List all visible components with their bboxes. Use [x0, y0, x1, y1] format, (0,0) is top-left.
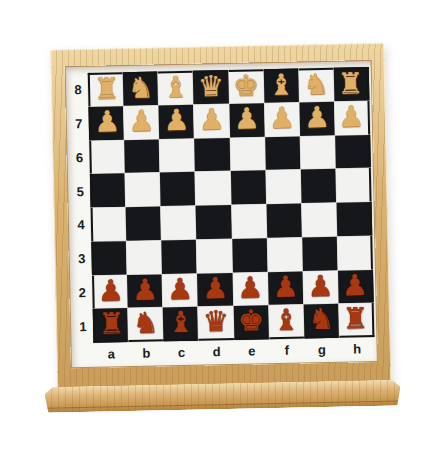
red-bishop-icon: ♝ — [273, 305, 300, 335]
square-g4[interactable] — [301, 203, 337, 237]
square-b2[interactable]: ♟ — [127, 274, 163, 308]
red-pawn-icon: ♟ — [341, 271, 368, 301]
wood-knight-icon: ♞ — [303, 70, 330, 100]
file-label-c: c — [164, 341, 200, 364]
square-a4[interactable] — [91, 207, 127, 241]
photo-scene: 8♜♞♝♛♚♝♞♜7♟♟♟♟♟♟♟♟65432♟♟♟♟♟♟♟♟1♜♞♝♛♚♝♞♜… — [0, 0, 438, 450]
wood-pawn-icon: ♟ — [94, 107, 121, 137]
square-e6[interactable] — [230, 137, 266, 171]
file-label-b: b — [129, 341, 165, 364]
red-knight-icon: ♞ — [132, 308, 159, 338]
square-e1[interactable]: ♚ — [233, 305, 269, 339]
wood-pawn-icon: ♟ — [269, 104, 296, 134]
square-c4[interactable] — [161, 206, 197, 240]
square-h2[interactable]: ♟ — [338, 269, 374, 303]
square-d4[interactable] — [196, 205, 232, 239]
wood-bishop-icon: ♝ — [163, 73, 190, 103]
square-g7[interactable]: ♟ — [299, 101, 335, 135]
square-d5[interactable] — [195, 171, 231, 205]
red-pawn-icon: ♟ — [202, 274, 229, 304]
square-e5[interactable] — [230, 170, 266, 204]
red-pawn-icon: ♟ — [307, 272, 334, 302]
red-pawn-icon: ♟ — [237, 273, 264, 303]
square-d1[interactable]: ♛ — [198, 306, 234, 340]
square-c1[interactable]: ♝ — [163, 307, 199, 341]
square-e3[interactable] — [232, 238, 268, 272]
rank-label-5: 5 — [70, 174, 91, 208]
square-c2[interactable]: ♟ — [162, 273, 198, 307]
square-b7[interactable]: ♟ — [124, 105, 160, 139]
file-label-e: e — [234, 339, 270, 362]
coord-corner — [73, 343, 93, 365]
square-b5[interactable] — [125, 173, 161, 207]
square-f8[interactable]: ♝ — [263, 68, 299, 102]
rank-label-3: 3 — [71, 242, 92, 276]
file-label-g: g — [304, 338, 340, 361]
square-d3[interactable] — [197, 239, 233, 273]
wood-rook-icon: ♜ — [93, 75, 120, 105]
square-d7[interactable]: ♟ — [194, 104, 230, 138]
square-c3[interactable] — [162, 239, 198, 273]
red-pawn-icon: ♟ — [272, 272, 299, 302]
wooden-frame: 8♜♞♝♛♚♝♞♜7♟♟♟♟♟♟♟♟65432♟♟♟♟♟♟♟♟1♜♞♝♛♚♝♞♜… — [50, 43, 391, 390]
square-a5[interactable] — [90, 173, 126, 207]
file-label-d: d — [199, 340, 235, 363]
square-g6[interactable] — [300, 135, 336, 169]
square-b8[interactable]: ♞ — [123, 71, 159, 105]
rank-label-2: 2 — [72, 275, 93, 309]
wood-rook-icon: ♜ — [337, 70, 364, 100]
red-rook-icon: ♜ — [342, 304, 369, 334]
square-b1[interactable]: ♞ — [128, 308, 164, 342]
wood-pawn-icon: ♟ — [304, 103, 331, 133]
wood-queen-icon: ♛ — [198, 72, 225, 102]
square-e2[interactable]: ♟ — [232, 272, 268, 306]
red-knight-icon: ♞ — [308, 304, 335, 334]
square-g2[interactable]: ♟ — [303, 270, 339, 304]
square-g3[interactable] — [302, 236, 338, 270]
square-a6[interactable] — [89, 140, 125, 174]
square-h3[interactable] — [337, 236, 373, 270]
square-c8[interactable]: ♝ — [158, 71, 194, 105]
square-e8[interactable]: ♚ — [228, 69, 264, 103]
wood-pawn-icon: ♟ — [163, 106, 190, 136]
rank-label-1: 1 — [73, 309, 94, 343]
file-label-f: f — [269, 338, 305, 361]
square-c7[interactable]: ♟ — [159, 104, 195, 138]
square-f5[interactable] — [265, 170, 301, 204]
square-d6[interactable] — [195, 137, 231, 171]
board-panel: 8♜♞♝♛♚♝♞♜7♟♟♟♟♟♟♟♟65432♟♟♟♟♟♟♟♟1♜♞♝♛♚♝♞♜… — [65, 60, 378, 368]
rank-label-7: 7 — [68, 107, 89, 141]
square-f7[interactable]: ♟ — [264, 102, 300, 136]
square-h7[interactable]: ♟ — [334, 101, 370, 135]
square-h4[interactable] — [336, 202, 372, 236]
square-f1[interactable]: ♝ — [268, 305, 304, 339]
red-pawn-icon: ♟ — [98, 276, 125, 306]
wood-bishop-icon: ♝ — [268, 71, 295, 101]
square-a7[interactable]: ♟ — [88, 106, 124, 140]
rank-label-6: 6 — [69, 140, 90, 174]
square-h1[interactable]: ♜ — [339, 303, 375, 337]
square-h5[interactable] — [336, 168, 372, 202]
red-king-icon: ♚ — [238, 306, 265, 336]
red-bishop-icon: ♝ — [168, 307, 195, 337]
square-b3[interactable] — [126, 240, 162, 274]
rank-label-8: 8 — [68, 73, 89, 107]
red-pawn-icon: ♟ — [167, 275, 194, 305]
square-c6[interactable] — [159, 138, 195, 172]
square-c5[interactable] — [160, 172, 196, 206]
red-rook-icon: ♜ — [98, 309, 125, 339]
square-g1[interactable]: ♞ — [303, 304, 339, 338]
square-e7[interactable]: ♟ — [229, 103, 265, 137]
square-f2[interactable]: ♟ — [268, 271, 304, 305]
square-f6[interactable] — [265, 136, 301, 170]
square-d8[interactable]: ♛ — [193, 70, 229, 104]
wood-king-icon: ♚ — [233, 72, 260, 102]
square-b4[interactable] — [126, 206, 162, 240]
square-g5[interactable] — [301, 169, 337, 203]
square-h6[interactable] — [335, 134, 371, 168]
wood-pawn-icon: ♟ — [234, 104, 261, 134]
square-a8[interactable]: ♜ — [88, 72, 124, 106]
file-label-h: h — [339, 337, 375, 360]
chess-board: 8♜♞♝♛♚♝♞♜7♟♟♟♟♟♟♟♟65432♟♟♟♟♟♟♟♟1♜♞♝♛♚♝♞♜… — [68, 67, 375, 365]
square-f3[interactable] — [267, 237, 303, 271]
rank-label-4: 4 — [71, 208, 92, 242]
red-pawn-icon: ♟ — [132, 275, 159, 305]
red-queen-icon: ♛ — [203, 307, 230, 337]
file-label-a: a — [93, 342, 129, 365]
wood-knight-icon: ♞ — [128, 74, 155, 104]
wood-pawn-icon: ♟ — [128, 107, 155, 137]
square-a3[interactable] — [91, 241, 127, 275]
wood-pawn-icon: ♟ — [198, 105, 225, 135]
square-b6[interactable] — [124, 139, 160, 173]
square-d2[interactable]: ♟ — [197, 272, 233, 306]
square-a1[interactable]: ♜ — [93, 308, 129, 342]
square-a2[interactable]: ♟ — [92, 275, 128, 309]
wood-pawn-icon: ♟ — [338, 102, 365, 132]
square-f4[interactable] — [266, 203, 302, 237]
square-g8[interactable]: ♞ — [298, 68, 334, 102]
square-e4[interactable] — [231, 204, 267, 238]
square-h8[interactable]: ♜ — [334, 67, 370, 101]
